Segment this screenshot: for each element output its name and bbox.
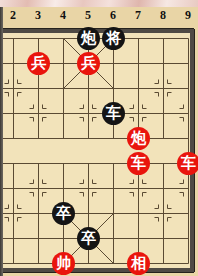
xiangqi-app-window: 2 3 4 5 6 7 8 9 炮将兵兵车炮车车卒卒帅相: [0, 0, 198, 276]
piece-red-elephant[interactable]: 相: [127, 252, 150, 275]
piece-red-chariot[interactable]: 车: [127, 152, 150, 175]
window-edge-strip: [0, 7, 3, 276]
piece-red-general[interactable]: 帅: [52, 252, 75, 275]
piece-red-soldier[interactable]: 兵: [77, 52, 100, 75]
piece-black-general[interactable]: 将: [102, 27, 125, 50]
piece-black-soldier[interactable]: 卒: [77, 227, 100, 250]
piece-black-cannon[interactable]: 炮: [77, 27, 100, 50]
piece-black-soldier[interactable]: 卒: [52, 202, 75, 225]
piece-red-chariot[interactable]: 车: [177, 152, 198, 175]
piece-red-cannon[interactable]: 炮: [127, 127, 150, 150]
piece-black-chariot[interactable]: 车: [102, 102, 125, 125]
piece-red-soldier[interactable]: 兵: [27, 52, 50, 75]
